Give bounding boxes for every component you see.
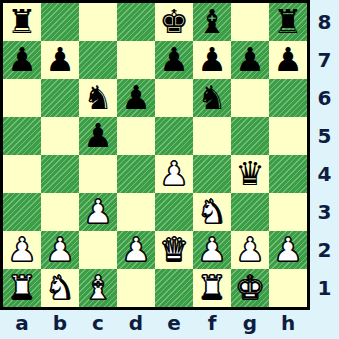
square-a3[interactable] <box>3 193 41 231</box>
square-e1[interactable] <box>155 269 193 307</box>
square-f1[interactable]: ♜ <box>193 269 231 307</box>
square-h4[interactable] <box>269 155 307 193</box>
square-g5[interactable] <box>231 117 269 155</box>
square-b4[interactable] <box>41 155 79 193</box>
square-c3[interactable]: ♟ <box>79 193 117 231</box>
square-e2[interactable]: ♛ <box>155 231 193 269</box>
square-h6[interactable] <box>269 79 307 117</box>
file-label-d: d <box>117 310 155 339</box>
square-b5[interactable] <box>41 117 79 155</box>
square-h8[interactable]: ♜ <box>269 3 307 41</box>
square-d6[interactable]: ♟ <box>117 79 155 117</box>
square-d8[interactable] <box>117 3 155 41</box>
piece-black-king-e8[interactable]: ♚ <box>155 3 193 41</box>
piece-black-pawn-a7[interactable]: ♟ <box>3 41 41 79</box>
piece-white-knight-f3[interactable]: ♞ <box>193 193 231 231</box>
square-b3[interactable] <box>41 193 79 231</box>
file-label-f: f <box>193 310 231 339</box>
square-h2[interactable]: ♟ <box>269 231 307 269</box>
square-g4[interactable]: ♛ <box>231 155 269 193</box>
rank-label-8: 8 <box>310 3 339 41</box>
square-a4[interactable] <box>3 155 41 193</box>
square-g3[interactable] <box>231 193 269 231</box>
rank-label-1: 1 <box>310 269 339 307</box>
square-d2[interactable]: ♟ <box>117 231 155 269</box>
square-b6[interactable] <box>41 79 79 117</box>
square-c1[interactable]: ♝ <box>79 269 117 307</box>
piece-white-knight-b1[interactable]: ♞ <box>41 269 79 307</box>
file-labels: abcdefgh <box>3 310 307 339</box>
piece-white-queen-e2[interactable]: ♛ <box>155 231 193 269</box>
file-label-c: c <box>79 310 117 339</box>
square-d5[interactable] <box>117 117 155 155</box>
file-label-b: b <box>41 310 79 339</box>
square-b7[interactable]: ♟ <box>41 41 79 79</box>
square-a5[interactable] <box>3 117 41 155</box>
square-g8[interactable] <box>231 3 269 41</box>
square-d4[interactable] <box>117 155 155 193</box>
square-c6[interactable]: ♞ <box>79 79 117 117</box>
piece-white-king-g1[interactable]: ♚ <box>231 269 269 307</box>
piece-white-pawn-a2[interactable]: ♟ <box>3 231 41 269</box>
square-e3[interactable] <box>155 193 193 231</box>
rank-label-5: 5 <box>310 117 339 155</box>
square-e4[interactable]: ♟ <box>155 155 193 193</box>
square-b1[interactable]: ♞ <box>41 269 79 307</box>
square-f6[interactable]: ♞ <box>193 79 231 117</box>
piece-white-pawn-g2[interactable]: ♟ <box>231 231 269 269</box>
square-c8[interactable] <box>79 3 117 41</box>
piece-white-rook-f1[interactable]: ♜ <box>193 269 231 307</box>
square-e7[interactable]: ♟ <box>155 41 193 79</box>
piece-black-pawn-f7[interactable]: ♟ <box>193 41 231 79</box>
piece-white-pawn-d2[interactable]: ♟ <box>117 231 155 269</box>
chess-board: ♜♚♝♜♟♟♟♟♟♟♞♟♞♟♟♛♟♞♟♟♟♛♟♟♟♜♞♝♜♚ <box>0 0 310 310</box>
file-label-a: a <box>3 310 41 339</box>
square-a7[interactable]: ♟ <box>3 41 41 79</box>
piece-white-pawn-b2[interactable]: ♟ <box>41 231 79 269</box>
square-a8[interactable]: ♜ <box>3 3 41 41</box>
square-f5[interactable] <box>193 117 231 155</box>
square-c2[interactable] <box>79 231 117 269</box>
square-c7[interactable] <box>79 41 117 79</box>
square-d3[interactable] <box>117 193 155 231</box>
piece-black-queen-g4[interactable]: ♛ <box>231 155 269 193</box>
square-h1[interactable] <box>269 269 307 307</box>
piece-white-pawn-e4[interactable]: ♟ <box>155 155 193 193</box>
rank-label-7: 7 <box>310 41 339 79</box>
square-a1[interactable]: ♜ <box>3 269 41 307</box>
piece-black-knight-f6[interactable]: ♞ <box>193 79 231 117</box>
square-g1[interactable]: ♚ <box>231 269 269 307</box>
square-d1[interactable] <box>117 269 155 307</box>
square-f3[interactable]: ♞ <box>193 193 231 231</box>
file-label-g: g <box>231 310 269 339</box>
piece-white-pawn-f2[interactable]: ♟ <box>193 231 231 269</box>
piece-black-pawn-b7[interactable]: ♟ <box>41 41 79 79</box>
square-c5[interactable]: ♟ <box>79 117 117 155</box>
square-f2[interactable]: ♟ <box>193 231 231 269</box>
rank-label-3: 3 <box>310 193 339 231</box>
rank-labels: 87654321 <box>310 3 339 307</box>
piece-black-pawn-g7[interactable]: ♟ <box>231 41 269 79</box>
square-h3[interactable] <box>269 193 307 231</box>
piece-black-bishop-f8[interactable]: ♝ <box>193 3 231 41</box>
square-f7[interactable]: ♟ <box>193 41 231 79</box>
square-f4[interactable] <box>193 155 231 193</box>
file-label-e: e <box>155 310 193 339</box>
square-e8[interactable]: ♚ <box>155 3 193 41</box>
square-d7[interactable] <box>117 41 155 79</box>
square-f8[interactable]: ♝ <box>193 3 231 41</box>
piece-black-rook-h8[interactable]: ♜ <box>269 3 307 41</box>
square-e5[interactable] <box>155 117 193 155</box>
piece-black-pawn-d6[interactable]: ♟ <box>117 79 155 117</box>
piece-white-pawn-h2[interactable]: ♟ <box>269 231 307 269</box>
rank-label-2: 2 <box>310 231 339 269</box>
square-e6[interactable] <box>155 79 193 117</box>
rank-label-4: 4 <box>310 155 339 193</box>
square-b8[interactable] <box>41 3 79 41</box>
chess-app-window: ♜♚♝♜♟♟♟♟♟♟♞♟♞♟♟♛♟♞♟♟♟♛♟♟♟♜♞♝♜♚ 87654321 … <box>0 0 339 339</box>
rank-label-6: 6 <box>310 79 339 117</box>
square-g6[interactable] <box>231 79 269 117</box>
square-b2[interactable]: ♟ <box>41 231 79 269</box>
square-c4[interactable] <box>79 155 117 193</box>
square-g2[interactable]: ♟ <box>231 231 269 269</box>
piece-black-pawn-e7[interactable]: ♟ <box>155 41 193 79</box>
square-h5[interactable] <box>269 117 307 155</box>
square-a2[interactable]: ♟ <box>3 231 41 269</box>
piece-black-knight-c6[interactable]: ♞ <box>79 79 117 117</box>
piece-white-pawn-c3[interactable]: ♟ <box>79 193 117 231</box>
square-h7[interactable]: ♟ <box>269 41 307 79</box>
piece-black-pawn-c5[interactable]: ♟ <box>79 117 117 155</box>
piece-black-rook-a8[interactable]: ♜ <box>3 3 41 41</box>
square-g7[interactable]: ♟ <box>231 41 269 79</box>
piece-white-bishop-c1[interactable]: ♝ <box>79 269 117 307</box>
square-a6[interactable] <box>3 79 41 117</box>
file-label-h: h <box>269 310 307 339</box>
piece-black-pawn-h7[interactable]: ♟ <box>269 41 307 79</box>
piece-white-rook-a1[interactable]: ♜ <box>3 269 41 307</box>
